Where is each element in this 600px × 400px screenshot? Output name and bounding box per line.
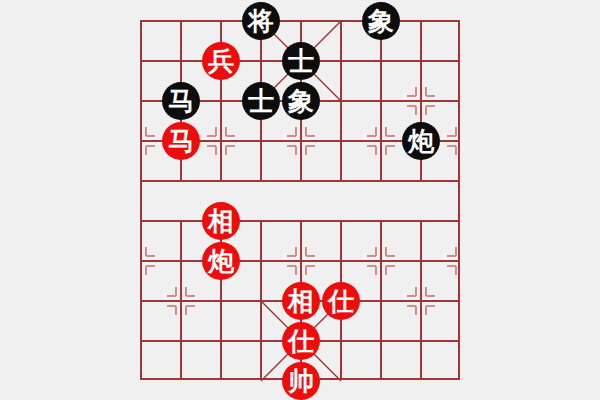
board-cell	[420, 340, 460, 380]
board-cell	[340, 340, 380, 380]
board-cell	[420, 260, 460, 300]
piece-red-general[interactable]: 帅	[282, 362, 320, 400]
board-cell	[260, 220, 300, 260]
board-cell	[340, 180, 380, 220]
piece-red-elephant-2[interactable]: 相	[282, 282, 320, 320]
board-cell	[220, 300, 260, 340]
board-cell	[420, 60, 460, 100]
piece-red-elephant-1[interactable]: 相	[202, 202, 240, 240]
piece-black-cannon[interactable]: 炮	[402, 122, 440, 160]
piece-black-advisor-1[interactable]: 士	[282, 42, 320, 80]
board-cell	[140, 20, 180, 60]
board-cell	[340, 60, 380, 100]
board-cell	[420, 180, 460, 220]
board-cell	[300, 140, 340, 180]
board-cell	[180, 300, 220, 340]
board-cell	[260, 140, 300, 180]
board-cell	[180, 340, 220, 380]
board-cell	[380, 180, 420, 220]
board-cell	[220, 140, 260, 180]
board-cell	[380, 260, 420, 300]
board-cell	[380, 220, 420, 260]
piece-red-advisor-2[interactable]: 仕	[282, 322, 320, 360]
board-cell	[140, 300, 180, 340]
xiangqi-board: 将象兵士马士象马炮相炮相仕仕帅	[140, 20, 460, 380]
board-cell	[380, 60, 420, 100]
piece-red-advisor-1[interactable]: 仕	[322, 282, 360, 320]
piece-red-pawn[interactable]: 兵	[202, 42, 240, 80]
piece-black-horse[interactable]: 马	[162, 82, 200, 120]
board-cell	[300, 180, 340, 220]
piece-red-horse[interactable]: 马	[162, 122, 200, 160]
board-cell	[220, 340, 260, 380]
xiangqi-app: 将象兵士马士象马炮相炮相仕仕帅	[0, 0, 600, 400]
board-cell	[340, 100, 380, 140]
board-cell	[140, 260, 180, 300]
piece-black-elephant-1[interactable]: 象	[362, 2, 400, 40]
piece-red-cannon[interactable]: 炮	[202, 242, 240, 280]
board-cell	[140, 180, 180, 220]
piece-black-elephant-2[interactable]: 象	[282, 82, 320, 120]
piece-black-general[interactable]: 将	[242, 2, 280, 40]
board-cell	[420, 20, 460, 60]
board-cell	[340, 140, 380, 180]
board-cell	[420, 220, 460, 260]
board-cell	[380, 340, 420, 380]
board-cell	[260, 180, 300, 220]
piece-black-advisor-2[interactable]: 士	[242, 82, 280, 120]
board-cell	[380, 300, 420, 340]
board-cell	[340, 220, 380, 260]
board-cell	[300, 220, 340, 260]
board-cell	[140, 220, 180, 260]
board-cell	[140, 340, 180, 380]
board-cell	[420, 300, 460, 340]
